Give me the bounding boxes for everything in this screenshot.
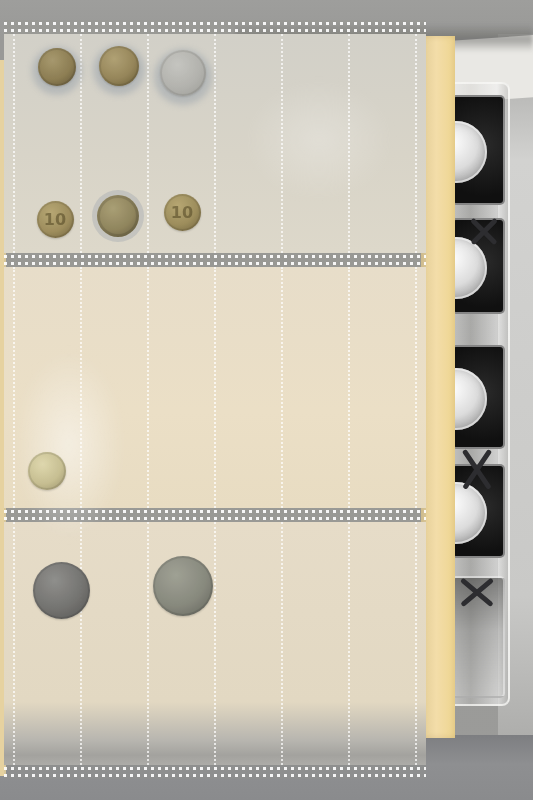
pocket-cell [82,267,149,508]
pocket-cell [149,267,216,508]
silver-coin-2 [451,237,487,299]
pocket-sheet [4,20,426,780]
pocket-cell [216,34,283,253]
coin-slab-1 [451,95,505,205]
stitch-seam-bottom [4,765,426,779]
pocket-cell [13,522,82,765]
grey-green-coin [153,556,213,616]
cream-page-edge [421,36,455,738]
pocket-cell [283,267,350,508]
pocket-cell [350,522,417,765]
pocket-cell [283,34,350,253]
faded-silver-coin [160,50,206,96]
pocket-strip-3 [4,522,426,765]
silver-coin-4 [451,482,487,544]
coin-album-photo: 1010 [0,0,533,800]
pocket-cell [216,522,283,765]
olive-brass-coin [97,195,139,237]
pocket-cell [216,267,283,508]
pocket-cell [283,522,350,765]
x-mark-3 [459,574,495,610]
pocket-cell [350,267,417,508]
x-mark-1 [469,216,499,246]
coin-slab-3 [451,345,505,449]
pocket-cell [82,522,149,765]
silver-coin-1 [451,121,487,183]
x-mark-2 [456,448,498,490]
brass-coin-top-2 [99,46,139,86]
stitch-seam-top [4,20,426,34]
silver-coin-3 [451,368,487,430]
brass-10-coin-left: 10 [37,201,74,238]
stitch-seam-middle-2 [4,508,426,522]
brass-coin-top-1 [38,48,76,86]
pale-gold-coin [28,452,66,490]
pocket-cell [350,34,417,253]
stitch-seam-middle-1 [4,253,426,267]
pocket-strip-2 [4,267,426,508]
brass-10-coin-left-denomination: 10 [37,201,74,238]
brass-10-coin-right-denomination: 10 [164,194,201,231]
dark-grey-coin [33,562,90,619]
brass-10-coin-right: 10 [164,194,201,231]
